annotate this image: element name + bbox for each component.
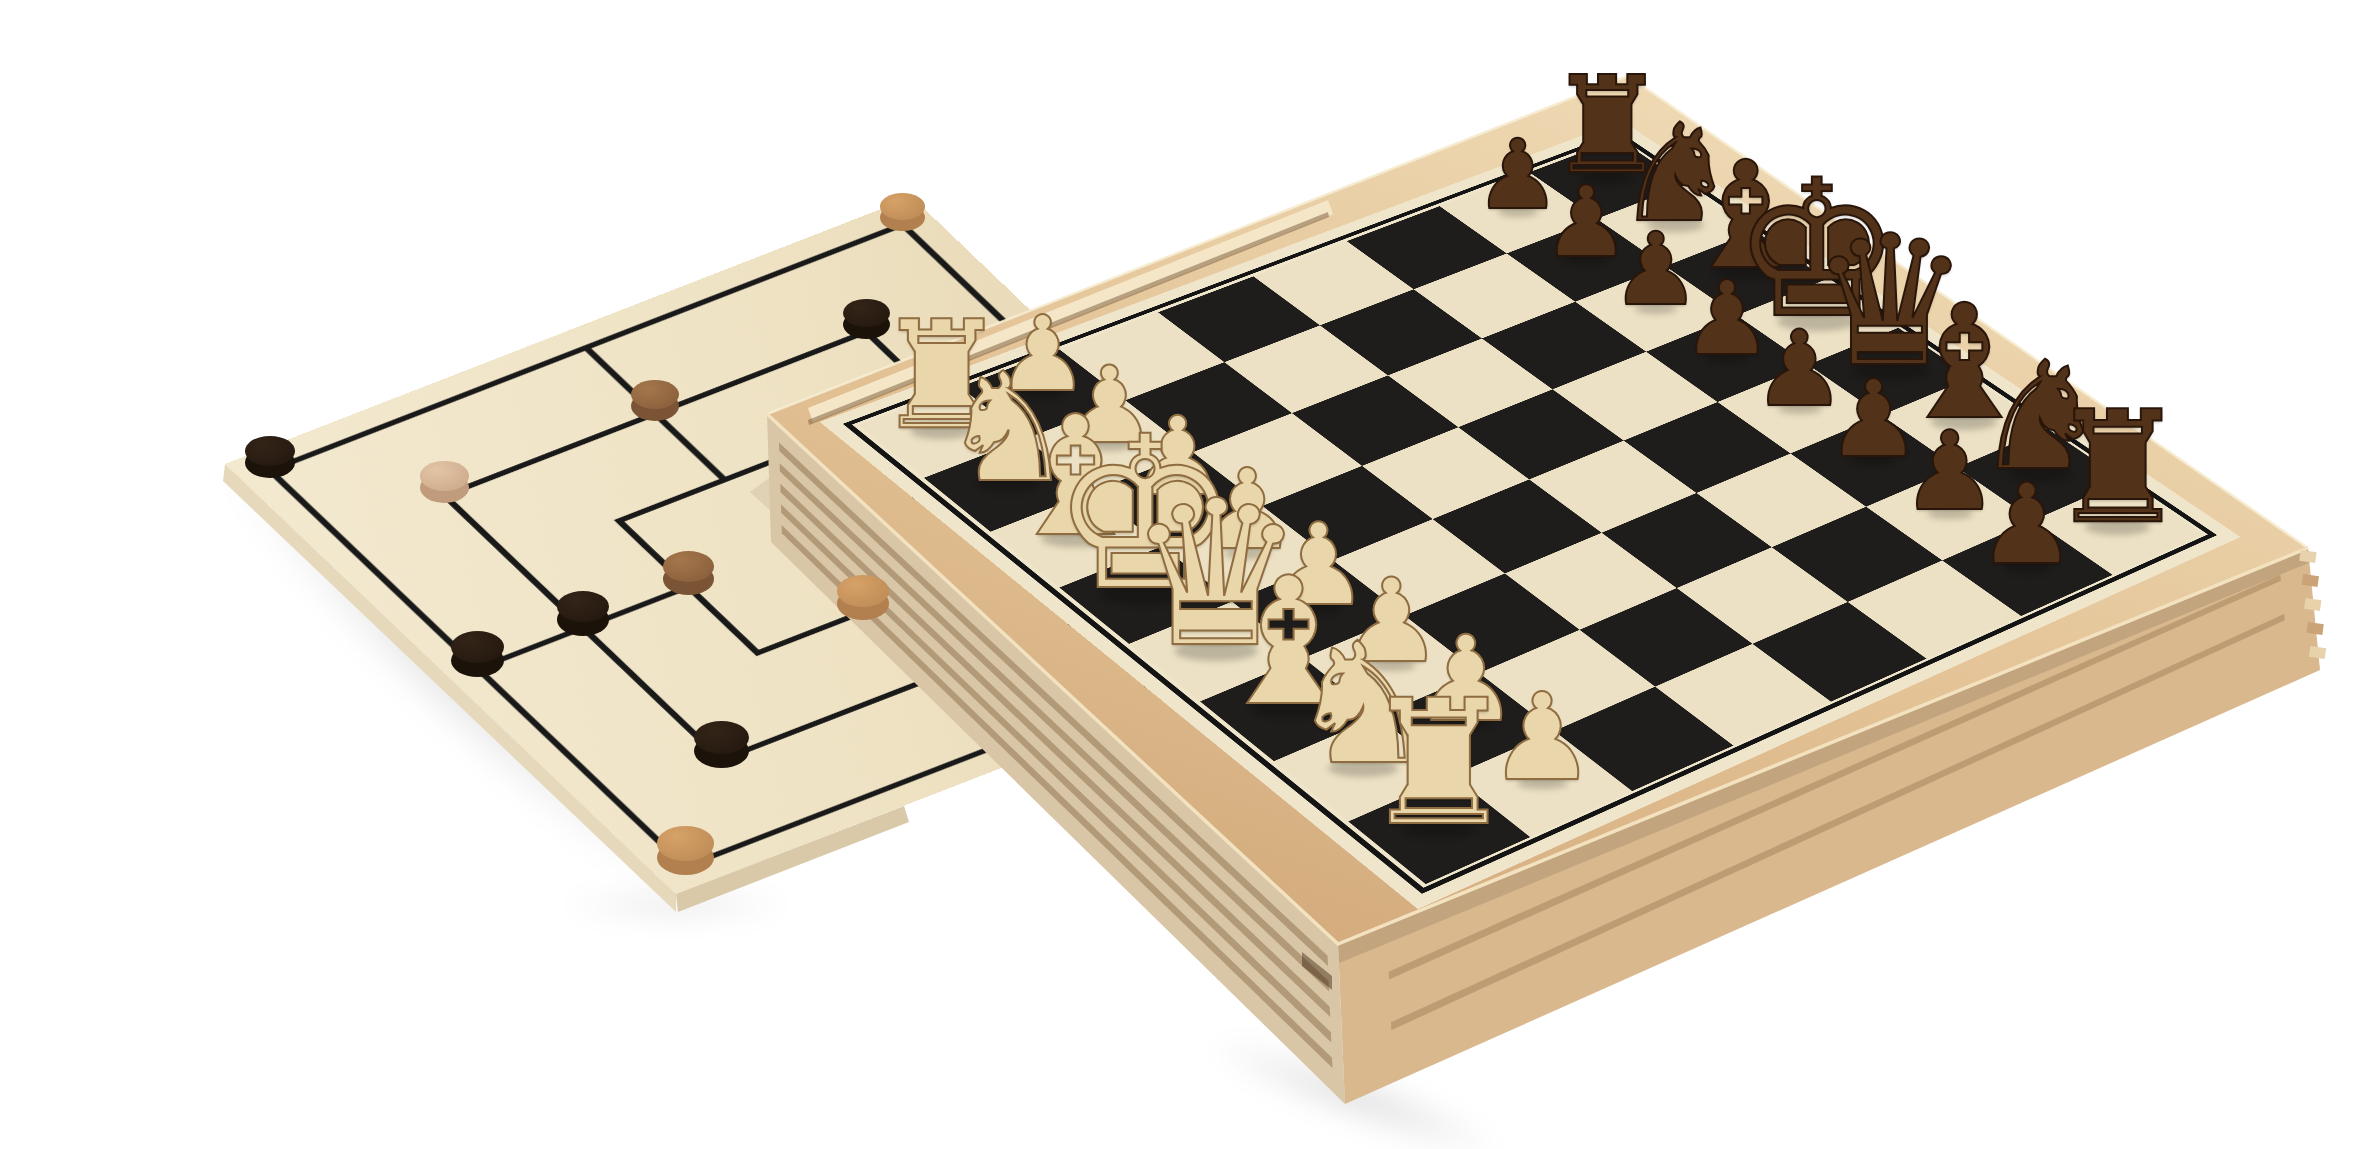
mill-disc-d6-brown[interactable] <box>631 380 679 421</box>
mill-disc-b4-black[interactable] <box>557 591 610 636</box>
mill-disc-a7-black[interactable] <box>245 436 294 478</box>
piece-black-pawn-a7[interactable]: ♟ <box>1977 469 2077 581</box>
piece-white-rook-a1[interactable]: ♜ <box>1361 677 1517 850</box>
mill-disc-b2-black[interactable] <box>694 721 749 768</box>
mill-disc-g7-tan[interactable] <box>880 193 924 231</box>
mill-disc-a4-black[interactable] <box>451 631 504 676</box>
mill-disc-d3-tan[interactable] <box>837 575 889 619</box>
mill-disc-b6-beige[interactable] <box>420 461 470 503</box>
mill-disc-c4-brown[interactable] <box>663 551 715 595</box>
mill-disc-a1-tan[interactable] <box>657 826 714 875</box>
scene: ♜♞♝♛♚♝♞♜♟♟♟♟♟♟♟♟♜♞♝♛♚♝♞♜♟♟♟♟♟♟♟♟ <box>0 0 2362 1149</box>
